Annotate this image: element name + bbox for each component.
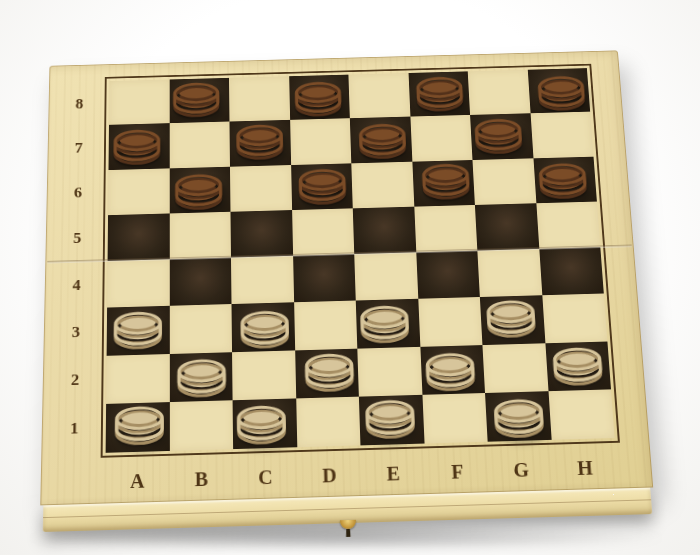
square-h4[interactable] [539, 247, 604, 295]
piece-dark-b6[interactable]: ⛂ [168, 164, 229, 211]
rank-label-6: 6 [62, 170, 95, 216]
square-a5[interactable] [108, 213, 170, 261]
square-b4[interactable] [169, 258, 231, 306]
file-label-H: H [552, 453, 618, 482]
piece-dark-h8[interactable]: ⛂ [530, 66, 593, 111]
piece-dark-b8[interactable]: ⛂ [166, 72, 226, 117]
piece-light-b2[interactable]: ⛂ [170, 348, 233, 398]
board-frame: 87654321 ⛂⛂⛂⛂⛂⛂⛂⛂⛂⛂⛂⛂⛂⛂⛂⛂⛂⛂⛂⛂⛂⛂⛂⛂ ABCDEF… [40, 50, 653, 505]
piece-light-e1[interactable]: ⛂ [358, 389, 423, 440]
square-b2[interactable]: ⛂ [169, 352, 232, 402]
piece-light-h2[interactable]: ⛂ [545, 336, 611, 386]
piece-dark-d6[interactable]: ⛂ [291, 159, 353, 206]
square-e7[interactable]: ⛂ [350, 117, 412, 163]
file-label-D: D [297, 461, 362, 490]
square-a3[interactable]: ⛂ [107, 306, 170, 355]
piece-dark-f6[interactable]: ⛂ [414, 153, 477, 200]
board-grid: ⛂⛂⛂⛂⛂⛂⛂⛂⛂⛂⛂⛂⛂⛂⛂⛂⛂⛂⛂⛂⛂⛂⛂⛂ [106, 68, 615, 453]
piece-light-g1[interactable]: ⛂ [486, 388, 552, 439]
square-c6[interactable] [230, 165, 292, 212]
square-c7[interactable]: ⛂ [229, 120, 290, 166]
square-d4[interactable] [293, 254, 356, 302]
rank-label-2: 2 [58, 356, 92, 405]
square-d8[interactable]: ⛂ [289, 75, 350, 120]
rank-label-1: 1 [57, 404, 91, 454]
square-h6[interactable]: ⛂ [533, 156, 597, 203]
rank-label-5: 5 [61, 215, 94, 262]
rank-label-7: 7 [62, 125, 95, 170]
square-e1[interactable]: ⛂ [359, 395, 424, 446]
piece-light-d2[interactable]: ⛂ [297, 343, 361, 393]
square-g3[interactable]: ⛂ [480, 295, 545, 344]
piece-light-c1[interactable]: ⛂ [230, 395, 294, 446]
file-labels: ABCDEFGH [105, 453, 618, 495]
square-d5[interactable] [292, 208, 355, 256]
square-h8[interactable]: ⛂ [527, 68, 590, 113]
piece-light-e3[interactable]: ⛂ [353, 294, 417, 343]
piece-dark-e7[interactable]: ⛂ [352, 113, 414, 159]
square-b1[interactable] [169, 400, 233, 451]
piece-light-a1[interactable]: ⛂ [108, 395, 172, 446]
rank-label-4: 4 [60, 261, 93, 309]
square-b6[interactable]: ⛂ [169, 166, 230, 213]
square-d1[interactable] [296, 396, 361, 447]
piece-light-c3[interactable]: ⛂ [233, 300, 296, 349]
square-a1[interactable]: ⛂ [106, 402, 170, 453]
square-h2[interactable]: ⛂ [545, 341, 611, 391]
rank-label-8: 8 [63, 81, 95, 126]
piece-dark-h6[interactable]: ⛂ [531, 153, 595, 200]
piece-dark-d8[interactable]: ⛂ [288, 71, 349, 116]
square-g5[interactable] [475, 203, 539, 251]
square-d2[interactable]: ⛂ [295, 348, 359, 398]
piece-dark-g7[interactable]: ⛂ [467, 108, 530, 154]
play-area: ⛂⛂⛂⛂⛂⛂⛂⛂⛂⛂⛂⛂⛂⛂⛂⛂⛂⛂⛂⛂⛂⛂⛂⛂ [101, 64, 620, 458]
piece-light-a3[interactable]: ⛂ [107, 301, 170, 350]
file-label-B: B [169, 465, 233, 494]
square-f2[interactable]: ⛂ [420, 345, 485, 395]
scene: 87654321 ⛂⛂⛂⛂⛂⛂⛂⛂⛂⛂⛂⛂⛂⛂⛂⛂⛂⛂⛂⛂⛂⛂⛂⛂ ABCDEF… [0, 0, 700, 555]
piece-dark-f8[interactable]: ⛂ [409, 66, 471, 111]
square-f1[interactable] [422, 393, 488, 444]
file-label-A: A [105, 466, 169, 495]
checkers-board: 87654321 ⛂⛂⛂⛂⛂⛂⛂⛂⛂⛂⛂⛂⛂⛂⛂⛂⛂⛂⛂⛂⛂⛂⛂⛂ ABCDEF… [40, 50, 656, 533]
square-e3[interactable]: ⛂ [356, 299, 420, 348]
square-a7[interactable]: ⛂ [109, 123, 170, 169]
piece-dark-c7[interactable]: ⛂ [229, 114, 290, 160]
rank-label-3: 3 [59, 308, 93, 357]
piece-light-f2[interactable]: ⛂ [418, 342, 483, 392]
square-f8[interactable]: ⛂ [408, 71, 470, 116]
square-f6[interactable]: ⛂ [412, 160, 475, 207]
square-c5[interactable] [230, 210, 292, 258]
square-c3[interactable]: ⛂ [232, 303, 295, 352]
square-f4[interactable] [416, 251, 480, 299]
square-b8[interactable]: ⛂ [169, 78, 229, 124]
file-label-C: C [233, 463, 297, 492]
file-label-E: E [361, 459, 426, 488]
file-label-F: F [425, 457, 490, 486]
rank-labels: 87654321 [57, 81, 95, 454]
square-d6[interactable]: ⛂ [291, 163, 353, 210]
square-a6[interactable] [108, 168, 169, 215]
square-b5[interactable] [169, 212, 231, 260]
square-h1[interactable] [548, 389, 615, 440]
square-g7[interactable]: ⛂ [470, 113, 533, 159]
piece-light-g3[interactable]: ⛂ [479, 289, 544, 338]
square-e6[interactable] [351, 161, 414, 208]
piece-dark-a7[interactable]: ⛂ [107, 119, 168, 165]
square-g6[interactable] [472, 158, 535, 205]
square-c1[interactable]: ⛂ [233, 398, 297, 449]
square-f5[interactable] [414, 205, 478, 253]
square-g1[interactable]: ⛂ [485, 391, 551, 442]
file-label-G: G [488, 455, 553, 484]
square-h5[interactable] [536, 201, 600, 249]
square-e5[interactable] [353, 206, 416, 254]
